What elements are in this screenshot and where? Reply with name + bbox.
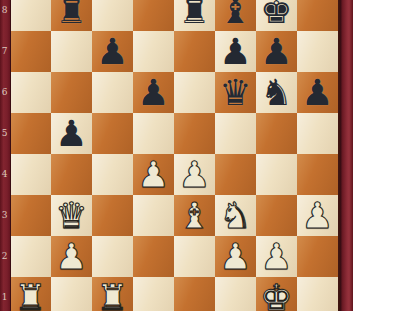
board-frame-right bbox=[338, 0, 353, 311]
square-b3[interactable]: ♛ bbox=[51, 195, 92, 236]
rank-label-7: 7 bbox=[0, 45, 9, 57]
piece-black-rook: ♜ bbox=[55, 0, 87, 31]
square-b1[interactable] bbox=[51, 277, 92, 311]
piece-white-queen: ♛ bbox=[55, 195, 87, 236]
square-d2[interactable] bbox=[133, 236, 174, 277]
square-d4[interactable]: ♟ bbox=[133, 154, 174, 195]
square-g5[interactable] bbox=[256, 113, 297, 154]
piece-white-knight: ♞ bbox=[219, 195, 251, 236]
piece-black-pawn: ♟ bbox=[55, 113, 87, 154]
square-c8[interactable] bbox=[92, 0, 133, 31]
rank-label-4: 4 bbox=[0, 168, 9, 180]
square-f4[interactable] bbox=[215, 154, 256, 195]
square-a7[interactable] bbox=[10, 31, 51, 72]
square-b8[interactable]: ♜ bbox=[51, 0, 92, 31]
square-c2[interactable] bbox=[92, 236, 133, 277]
piece-white-pawn: ♟ bbox=[219, 236, 251, 277]
piece-white-bishop: ♝ bbox=[178, 195, 210, 236]
square-g4[interactable] bbox=[256, 154, 297, 195]
piece-black-knight: ♞ bbox=[260, 72, 292, 113]
square-d1[interactable] bbox=[133, 277, 174, 311]
square-a2[interactable] bbox=[10, 236, 51, 277]
square-b2[interactable]: ♟ bbox=[51, 236, 92, 277]
piece-black-pawn: ♟ bbox=[219, 31, 251, 72]
square-e7[interactable] bbox=[174, 31, 215, 72]
rank-label-3: 3 bbox=[0, 209, 9, 221]
piece-black-queen: ♛ bbox=[219, 72, 251, 113]
square-e3[interactable]: ♝ bbox=[174, 195, 215, 236]
square-f2[interactable]: ♟ bbox=[215, 236, 256, 277]
square-h7[interactable] bbox=[297, 31, 338, 72]
square-c5[interactable] bbox=[92, 113, 133, 154]
square-h3[interactable]: ♟ bbox=[297, 195, 338, 236]
piece-black-bishop: ♝ bbox=[219, 0, 251, 31]
square-e4[interactable]: ♟ bbox=[174, 154, 215, 195]
square-f1[interactable] bbox=[215, 277, 256, 311]
square-c3[interactable] bbox=[92, 195, 133, 236]
square-g2[interactable]: ♟ bbox=[256, 236, 297, 277]
rank-label-1: 1 bbox=[0, 291, 9, 303]
square-d3[interactable] bbox=[133, 195, 174, 236]
piece-white-rook: ♜ bbox=[14, 277, 46, 311]
square-d6[interactable]: ♟ bbox=[133, 72, 174, 113]
square-f5[interactable] bbox=[215, 113, 256, 154]
square-f6[interactable]: ♛ bbox=[215, 72, 256, 113]
square-g7[interactable]: ♟ bbox=[256, 31, 297, 72]
rank-label-6: 6 bbox=[0, 86, 9, 98]
rank-label-5: 5 bbox=[0, 127, 9, 139]
square-h6[interactable]: ♟ bbox=[297, 72, 338, 113]
chess-diagram: ♜♜♝♚♟♟♟♟♛♞♟♟♟♟♛♝♞♟♟♟♟♜♜♚ 8 7 6 5 4 3 2 1 bbox=[0, 0, 414, 311]
square-a8[interactable] bbox=[10, 0, 51, 31]
square-b4[interactable] bbox=[51, 154, 92, 195]
square-c1[interactable]: ♜ bbox=[92, 277, 133, 311]
piece-white-pawn: ♟ bbox=[55, 236, 87, 277]
piece-black-pawn: ♟ bbox=[301, 72, 333, 113]
square-c7[interactable]: ♟ bbox=[92, 31, 133, 72]
square-d5[interactable] bbox=[133, 113, 174, 154]
chess-board: ♜♜♝♚♟♟♟♟♛♞♟♟♟♟♛♝♞♟♟♟♟♜♜♚ bbox=[10, 0, 338, 311]
square-e1[interactable] bbox=[174, 277, 215, 311]
piece-white-pawn: ♟ bbox=[137, 154, 169, 195]
square-h5[interactable] bbox=[297, 113, 338, 154]
square-f7[interactable]: ♟ bbox=[215, 31, 256, 72]
square-b7[interactable] bbox=[51, 31, 92, 72]
square-a3[interactable] bbox=[10, 195, 51, 236]
square-b5[interactable]: ♟ bbox=[51, 113, 92, 154]
square-c6[interactable] bbox=[92, 72, 133, 113]
square-h1[interactable] bbox=[297, 277, 338, 311]
square-e8[interactable]: ♜ bbox=[174, 0, 215, 31]
piece-black-rook: ♜ bbox=[178, 0, 210, 31]
piece-white-pawn: ♟ bbox=[178, 154, 210, 195]
square-b6[interactable] bbox=[51, 72, 92, 113]
square-a4[interactable] bbox=[10, 154, 51, 195]
square-h2[interactable] bbox=[297, 236, 338, 277]
square-d7[interactable] bbox=[133, 31, 174, 72]
rank-label-2: 2 bbox=[0, 250, 9, 262]
piece-black-pawn: ♟ bbox=[260, 31, 292, 72]
square-d8[interactable] bbox=[133, 0, 174, 31]
square-a5[interactable] bbox=[10, 113, 51, 154]
square-e2[interactable] bbox=[174, 236, 215, 277]
square-h4[interactable] bbox=[297, 154, 338, 195]
square-c4[interactable] bbox=[92, 154, 133, 195]
square-e5[interactable] bbox=[174, 113, 215, 154]
rank-label-8: 8 bbox=[0, 4, 9, 16]
square-e6[interactable] bbox=[174, 72, 215, 113]
piece-white-pawn: ♟ bbox=[301, 195, 333, 236]
square-g8[interactable]: ♚ bbox=[256, 0, 297, 31]
square-g3[interactable] bbox=[256, 195, 297, 236]
square-f8[interactable]: ♝ bbox=[215, 0, 256, 31]
square-a6[interactable] bbox=[10, 72, 51, 113]
piece-black-pawn: ♟ bbox=[137, 72, 169, 113]
piece-white-king: ♚ bbox=[260, 277, 292, 311]
piece-white-rook: ♜ bbox=[96, 277, 128, 311]
piece-black-pawn: ♟ bbox=[96, 31, 128, 72]
board-frame-left: 8 7 6 5 4 3 2 1 bbox=[0, 0, 11, 311]
piece-black-king: ♚ bbox=[260, 0, 292, 31]
square-a1[interactable]: ♜ bbox=[10, 277, 51, 311]
square-f3[interactable]: ♞ bbox=[215, 195, 256, 236]
square-g1[interactable]: ♚ bbox=[256, 277, 297, 311]
piece-white-pawn: ♟ bbox=[260, 236, 292, 277]
square-g6[interactable]: ♞ bbox=[256, 72, 297, 113]
square-h8[interactable] bbox=[297, 0, 338, 31]
